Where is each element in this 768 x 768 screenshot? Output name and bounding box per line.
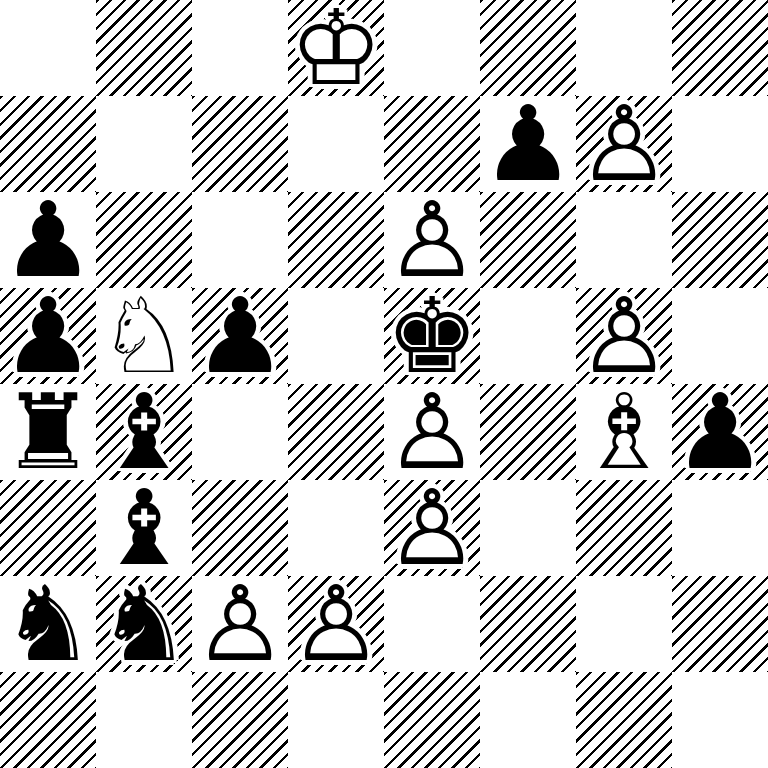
square-c8[interactable] — [192, 0, 288, 96]
black-pawn-icon: ♟♟ — [192, 288, 288, 384]
piece-outline-layer: ♞ — [97, 576, 190, 672]
white-pawn-icon: ♟♙ — [576, 96, 672, 192]
square-g4[interactable]: ♝♗ — [576, 384, 672, 480]
chess-board: ♚♔♟♟♟♙♟♟♟♙♟♟♞♘♟♟♚♚♟♙♜♜♝♝♟♙♝♗♟♟♝♝♟♙♞♞♞♞♟♙… — [0, 0, 768, 768]
square-c5[interactable]: ♟♟ — [192, 288, 288, 384]
white-bishop-icon: ♝♗ — [576, 384, 672, 480]
square-f3[interactable] — [480, 480, 576, 576]
square-b4[interactable]: ♝♝ — [96, 384, 192, 480]
square-d6[interactable] — [288, 192, 384, 288]
square-a1[interactable] — [0, 672, 96, 768]
square-b1[interactable] — [96, 672, 192, 768]
square-d4[interactable] — [288, 384, 384, 480]
square-d3[interactable] — [288, 480, 384, 576]
square-f6[interactable] — [480, 192, 576, 288]
black-knight-icon: ♞♞ — [96, 576, 192, 672]
black-knight-icon: ♞♞ — [0, 576, 96, 672]
black-pawn-icon: ♟♟ — [672, 384, 768, 480]
square-b7[interactable] — [96, 96, 192, 192]
piece-outline-layer: ♝ — [97, 384, 190, 480]
square-e8[interactable] — [384, 0, 480, 96]
square-b2[interactable]: ♞♞ — [96, 576, 192, 672]
square-f2[interactable] — [480, 576, 576, 672]
square-h7[interactable] — [672, 96, 768, 192]
piece-outline-layer: ♗ — [577, 384, 670, 480]
piece-outline-layer: ♙ — [577, 288, 670, 384]
square-g2[interactable] — [576, 576, 672, 672]
piece-outline-layer: ♟ — [1, 288, 94, 384]
square-c1[interactable] — [192, 672, 288, 768]
square-c7[interactable] — [192, 96, 288, 192]
square-d2[interactable]: ♟♙ — [288, 576, 384, 672]
square-a8[interactable] — [0, 0, 96, 96]
square-e1[interactable] — [384, 672, 480, 768]
black-bishop-icon: ♝♝ — [96, 480, 192, 576]
black-pawn-icon: ♟♟ — [0, 288, 96, 384]
piece-outline-layer: ♟ — [1, 192, 94, 288]
piece-outline-layer: ♙ — [289, 576, 382, 672]
square-f8[interactable] — [480, 0, 576, 96]
white-knight-icon: ♞♘ — [96, 288, 192, 384]
square-f5[interactable] — [480, 288, 576, 384]
square-h5[interactable] — [672, 288, 768, 384]
black-rook-icon: ♜♜ — [0, 384, 96, 480]
black-pawn-icon: ♟♟ — [480, 96, 576, 192]
square-a5[interactable]: ♟♟ — [0, 288, 96, 384]
square-g1[interactable] — [576, 672, 672, 768]
square-e5[interactable]: ♚♚ — [384, 288, 480, 384]
piece-outline-layer: ♘ — [97, 288, 190, 384]
square-g3[interactable] — [576, 480, 672, 576]
square-e4[interactable]: ♟♙ — [384, 384, 480, 480]
square-a2[interactable]: ♞♞ — [0, 576, 96, 672]
square-g7[interactable]: ♟♙ — [576, 96, 672, 192]
square-d1[interactable] — [288, 672, 384, 768]
square-d7[interactable] — [288, 96, 384, 192]
piece-outline-layer: ♙ — [577, 96, 670, 192]
square-a3[interactable] — [0, 480, 96, 576]
square-f7[interactable]: ♟♟ — [480, 96, 576, 192]
square-h4[interactable]: ♟♟ — [672, 384, 768, 480]
square-a4[interactable]: ♜♜ — [0, 384, 96, 480]
square-d5[interactable] — [288, 288, 384, 384]
piece-outline-layer: ♟ — [481, 96, 574, 192]
square-f4[interactable] — [480, 384, 576, 480]
piece-outline-layer: ♙ — [385, 384, 478, 480]
square-g6[interactable] — [576, 192, 672, 288]
white-pawn-icon: ♟♙ — [288, 576, 384, 672]
square-c2[interactable]: ♟♙ — [192, 576, 288, 672]
square-h3[interactable] — [672, 480, 768, 576]
square-e7[interactable] — [384, 96, 480, 192]
piece-outline-layer: ♙ — [385, 192, 478, 288]
piece-outline-layer: ♔ — [289, 0, 382, 96]
white-pawn-icon: ♟♙ — [384, 384, 480, 480]
square-b5[interactable]: ♞♘ — [96, 288, 192, 384]
square-a6[interactable]: ♟♟ — [0, 192, 96, 288]
square-b8[interactable] — [96, 0, 192, 96]
square-e2[interactable] — [384, 576, 480, 672]
white-pawn-icon: ♟♙ — [384, 480, 480, 576]
square-f1[interactable] — [480, 672, 576, 768]
white-pawn-icon: ♟♙ — [192, 576, 288, 672]
piece-outline-layer: ♚ — [385, 288, 478, 384]
piece-outline-layer: ♜ — [1, 384, 94, 480]
white-pawn-icon: ♟♙ — [576, 288, 672, 384]
square-h6[interactable] — [672, 192, 768, 288]
square-b6[interactable] — [96, 192, 192, 288]
piece-outline-layer: ♙ — [385, 480, 478, 576]
square-c3[interactable] — [192, 480, 288, 576]
square-b3[interactable]: ♝♝ — [96, 480, 192, 576]
black-king-icon: ♚♚ — [384, 288, 480, 384]
square-h8[interactable] — [672, 0, 768, 96]
black-pawn-icon: ♟♟ — [0, 192, 96, 288]
white-king-icon: ♚♔ — [288, 0, 384, 96]
white-pawn-icon: ♟♙ — [384, 192, 480, 288]
black-bishop-icon: ♝♝ — [96, 384, 192, 480]
square-d8[interactable]: ♚♔ — [288, 0, 384, 96]
square-g5[interactable]: ♟♙ — [576, 288, 672, 384]
square-e3[interactable]: ♟♙ — [384, 480, 480, 576]
square-g8[interactable] — [576, 0, 672, 96]
square-c6[interactable] — [192, 192, 288, 288]
square-h2[interactable] — [672, 576, 768, 672]
piece-outline-layer: ♙ — [193, 576, 286, 672]
piece-outline-layer: ♞ — [1, 576, 94, 672]
square-a7[interactable] — [0, 96, 96, 192]
piece-outline-layer: ♝ — [97, 480, 190, 576]
square-c4[interactable] — [192, 384, 288, 480]
piece-outline-layer: ♟ — [673, 384, 766, 480]
square-e6[interactable]: ♟♙ — [384, 192, 480, 288]
piece-outline-layer: ♟ — [193, 288, 286, 384]
square-h1[interactable] — [672, 672, 768, 768]
